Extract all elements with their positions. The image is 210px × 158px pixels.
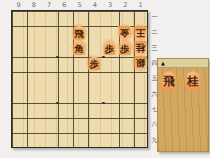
piece-glyph: 王 [135, 27, 145, 37]
rank-label-1: 一 [150, 10, 160, 25]
piece-glyph: 銀 [135, 58, 145, 68]
piece-2三[interactable]: 歩 [118, 41, 131, 55]
piece-glyph: 金 [120, 27, 130, 37]
piece-2二[interactable]: 金 [118, 26, 131, 40]
file-label-8: 8 [26, 0, 41, 10]
file-label-2: 2 [118, 0, 133, 10]
piece-hand-飛[interactable]: 飛 [161, 71, 177, 90]
shogi-board[interactable]: 飛金王角歩歩桂歩銀 [11, 10, 148, 148]
file-labels: 987654321 [11, 0, 149, 10]
piece-1三[interactable]: 桂 [134, 41, 147, 55]
piece-glyph: 飛 [74, 28, 84, 38]
file-label-6: 6 [57, 0, 72, 10]
piece-glyph: 飛 [163, 75, 175, 87]
file-label-3: 3 [103, 0, 118, 10]
piece-glyph: 歩 [105, 44, 115, 54]
star-point [56, 56, 59, 59]
file-label-5: 5 [72, 0, 87, 10]
file-label-9: 9 [11, 0, 26, 10]
piece-hand-桂[interactable]: 桂 [185, 71, 201, 90]
rank-label-3: 三 [150, 41, 160, 56]
piece-5二[interactable]: 飛 [73, 26, 86, 40]
piece-3三[interactable]: 歩 [103, 41, 116, 55]
piece-4四[interactable]: 歩 [88, 56, 101, 70]
shogi-diagram: 987654321 一二三四五六七八九 飛金王角歩歩桂歩銀 ▲ 飛桂 [0, 0, 210, 158]
piece-glyph: 角 [74, 44, 84, 54]
komadai-sente: ▲ 飛桂 [157, 58, 209, 152]
file-label-7: 7 [42, 0, 57, 10]
piece-glyph: 桂 [135, 43, 145, 53]
piece-1二[interactable]: 王 [134, 26, 147, 40]
piece-5三[interactable]: 角 [73, 41, 86, 55]
star-point [56, 102, 59, 105]
star-point [102, 102, 105, 105]
file-label-4: 4 [87, 0, 102, 10]
rank-label-2: 二 [150, 25, 160, 40]
piece-glyph: 桂 [187, 75, 199, 87]
file-label-1: 1 [133, 0, 148, 10]
komadai-top-band: ▲ [158, 59, 208, 68]
piece-glyph: 歩 [90, 59, 100, 69]
piece-glyph: 歩 [120, 44, 130, 54]
sente-marker: ▲ [161, 60, 165, 67]
piece-1四[interactable]: 銀 [134, 56, 147, 70]
